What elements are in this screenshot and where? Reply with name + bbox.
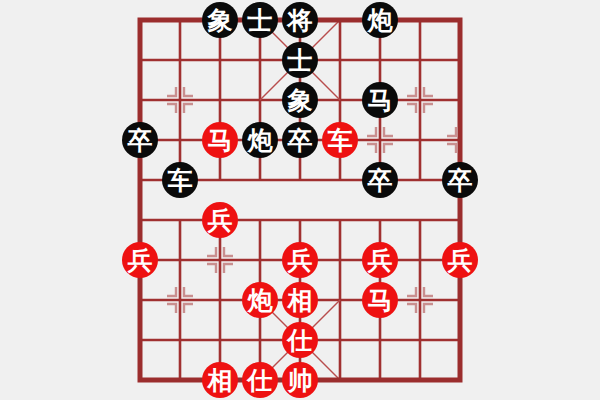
piece-black-soldier[interactable]: 卒 xyxy=(122,122,158,158)
piece-red-soldier[interactable]: 兵 xyxy=(362,242,398,278)
piece-red-chariot[interactable]: 车 xyxy=(322,122,358,158)
piece-red-advisor[interactable]: 仕 xyxy=(242,362,278,398)
piece-red-elephant[interactable]: 相 xyxy=(202,362,238,398)
xiangqi-board: 象士将炮士象马卒马炮卒车车卒卒兵兵兵兵兵炮相马仕相仕帅 xyxy=(0,0,600,400)
piece-black-soldier[interactable]: 卒 xyxy=(442,162,478,198)
piece-red-horse[interactable]: 马 xyxy=(202,122,238,158)
piece-red-soldier[interactable]: 兵 xyxy=(442,242,478,278)
piece-grid: 象士将炮士象马卒马炮卒车车卒卒兵兵兵兵兵炮相马仕相仕帅 xyxy=(120,0,480,400)
piece-black-soldier[interactable]: 卒 xyxy=(282,122,318,158)
piece-red-advisor[interactable]: 仕 xyxy=(282,322,318,358)
piece-black-chariot[interactable]: 车 xyxy=(162,162,198,198)
piece-black-cannon[interactable]: 炮 xyxy=(242,122,278,158)
piece-red-soldier[interactable]: 兵 xyxy=(202,202,238,238)
piece-red-elephant[interactable]: 相 xyxy=(282,282,318,318)
piece-red-soldier[interactable]: 兵 xyxy=(122,242,158,278)
piece-red-soldier[interactable]: 兵 xyxy=(282,242,318,278)
piece-red-general[interactable]: 帅 xyxy=(282,362,318,398)
piece-black-horse[interactable]: 马 xyxy=(362,82,398,118)
piece-red-cannon[interactable]: 炮 xyxy=(242,282,278,318)
piece-black-soldier[interactable]: 卒 xyxy=(362,162,398,198)
piece-black-elephant[interactable]: 象 xyxy=(282,82,318,118)
piece-black-general[interactable]: 将 xyxy=(282,2,318,38)
piece-black-advisor[interactable]: 士 xyxy=(242,2,278,38)
piece-black-advisor[interactable]: 士 xyxy=(282,42,318,78)
piece-black-elephant[interactable]: 象 xyxy=(202,2,238,38)
piece-red-horse[interactable]: 马 xyxy=(362,282,398,318)
piece-black-cannon[interactable]: 炮 xyxy=(362,2,398,38)
